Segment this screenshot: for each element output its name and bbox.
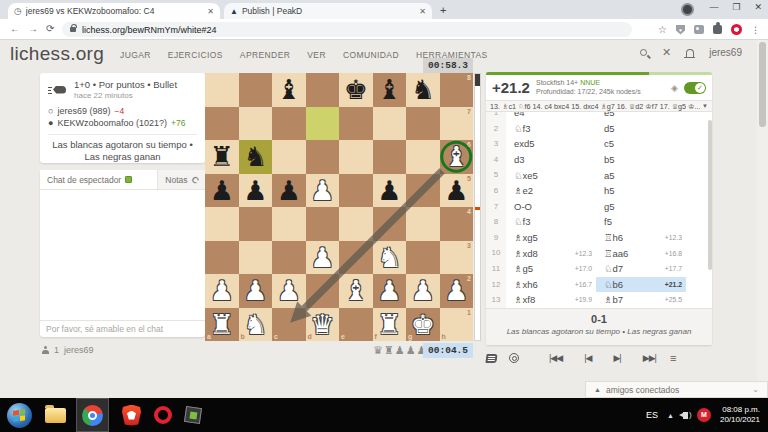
challenge-icon[interactable]: ✕ — [662, 46, 671, 59]
square-d5[interactable]: ♟ — [306, 174, 340, 208]
square-e7[interactable] — [339, 107, 373, 141]
chrome-taskbar-active[interactable] — [76, 398, 109, 432]
move-san: ♘b6 — [604, 279, 623, 290]
move-number: 9 — [486, 230, 506, 246]
square-a5[interactable]: ♟ — [205, 174, 239, 208]
nav-item-jugar[interactable]: JUGAR — [120, 50, 151, 60]
square-g8[interactable]: ♞ — [406, 73, 440, 107]
hive-extension-icon[interactable] — [731, 24, 742, 35]
game-result-text: Las blancas agotaron su tiempo • Las neg… — [486, 327, 712, 336]
square-c4[interactable] — [272, 207, 306, 241]
move-eval: +16.7 — [575, 281, 592, 288]
analysis-panel: +21.2 Stockfish 14+ NNUE Profundidad: 17… — [486, 72, 712, 345]
square-f8[interactable]: ♝ — [373, 73, 407, 107]
move-san: ♘f3 — [514, 123, 530, 134]
lichess-header: lichess.org JUGAREJERCICIOSAPRENDERVERCO… — [0, 40, 768, 68]
spectator-list: 1 jeres69 — [42, 345, 94, 355]
square-h4[interactable]: 4 — [440, 207, 474, 241]
brave-icon[interactable] — [122, 405, 141, 426]
chrome-icon — [82, 405, 103, 426]
extension-icon[interactable] — [694, 25, 704, 34]
engine-toggle[interactable]: ✓ — [684, 82, 706, 94]
practice-icon[interactable] — [509, 353, 519, 363]
volume-icon[interactable] — [683, 412, 688, 419]
white-move-9[interactable]: ♗xg5 — [506, 230, 596, 246]
black-color-icon: ● — [48, 118, 53, 128]
square-e1[interactable]: e — [339, 308, 373, 342]
eval-gauge — [474, 73, 481, 341]
move-san: ♖h6 — [604, 232, 623, 243]
move-number: 13 — [486, 292, 506, 308]
white-pawn-g2[interactable]: ♟ — [406, 274, 440, 308]
square-b7[interactable] — [239, 107, 273, 141]
rank-label: 7 — [467, 108, 471, 115]
square-b1[interactable]: ♞b — [239, 308, 273, 342]
tab-close-icon[interactable]: ✕ — [419, 7, 426, 16]
black-pawn-c5[interactable]: ♟ — [272, 174, 306, 208]
square-e2[interactable]: ♝ — [339, 274, 373, 308]
browser-addressbar: ← → ⟳ lichess.org/bewRNmYm/white#24 ☆ ♥ … — [0, 19, 768, 40]
captured-piece-icon: ♟ — [406, 344, 416, 357]
white-move-4[interactable]: d3 — [506, 152, 596, 168]
square-c6[interactable] — [272, 140, 306, 174]
game-status-text: Las blancas agotaron su tiempo • Las neg… — [48, 134, 197, 167]
white-pawn-c2[interactable]: ♟ — [272, 274, 306, 308]
white-move-2[interactable]: ♘f3 — [506, 121, 596, 137]
square-e5[interactable] — [339, 174, 373, 208]
black-clock: 00:58.3 — [423, 58, 473, 73]
chat-card: Chat de espectador Notas C Por favor, sé… — [40, 170, 205, 337]
move-san: ♖aa6 — [604, 248, 628, 259]
tab-close-icon[interactable]: ✕ — [207, 7, 214, 16]
nav-item-comunidad[interactable]: COMUNIDAD — [343, 50, 399, 60]
square-g2[interactable]: ♟ — [406, 274, 440, 308]
friends-label: amigos conectados — [606, 385, 679, 395]
square-d6[interactable] — [306, 140, 340, 174]
browser-tab-peakd[interactable]: ▲ Publish | PeakD ✕ — [224, 3, 432, 19]
chat-placeholder: Por favor, sé amable en el chat — [46, 324, 163, 334]
opening-book-icon[interactable] — [485, 354, 497, 363]
white-move-7[interactable]: O-O — [506, 199, 596, 215]
square-b8[interactable] — [239, 73, 273, 107]
nav-item-aprender[interactable]: APRENDER — [240, 50, 290, 60]
white-move-12[interactable]: ♗xh6+16.7 — [506, 277, 596, 293]
chat-input[interactable]: Por favor, sé amable en el chat — [40, 320, 205, 337]
bookmark-star-icon[interactable]: ☆ — [658, 24, 667, 35]
square-f4[interactable] — [373, 207, 407, 241]
move-eval: +19.9 — [575, 296, 592, 303]
rank-label: 2 — [467, 275, 471, 282]
square-d3[interactable]: ♟ — [306, 241, 340, 275]
file-label: a — [207, 333, 211, 340]
browser-tabstrip: ◷ jeres69 vs KEKWzoboomafoo: C4 ✕ ▲ Publ… — [0, 0, 768, 19]
black-move-2[interactable]: d5 — [596, 121, 686, 137]
rank-label: 6 — [467, 141, 471, 148]
game-info-card: 1+0 • Por puntos • Bullet hace 22 minuto… — [40, 73, 205, 163]
move-san: ♗b7 — [604, 294, 623, 305]
file-label: b — [241, 333, 245, 340]
forward-button[interactable]: → — [28, 23, 38, 34]
white-color-icon: ○ — [48, 106, 53, 116]
friends-icon: ▲ — [594, 386, 601, 393]
black-move-1[interactable]: e5 — [596, 112, 686, 121]
move-eval: +17.7 — [665, 265, 682, 272]
white-pawn-d3[interactable]: ♟ — [306, 241, 340, 275]
phone-handset-icon: C — [189, 174, 200, 186]
file-label: e — [341, 333, 345, 340]
move-san: g5 — [604, 201, 615, 212]
logged-in-username[interactable]: jeres69 — [709, 47, 742, 58]
tab-notes[interactable]: Notas C — [157, 170, 205, 189]
black-move-5[interactable]: a5 — [596, 167, 686, 183]
person-icon — [42, 346, 49, 354]
move-row-4: 4d3b5 — [486, 152, 712, 168]
browser-tab-lichess[interactable]: ◷ jeres69 vs KEKWzoboomafoo: C4 ✕ — [8, 3, 220, 19]
engine-depth: Profundidad: 17/22, 245k nodes/s — [536, 88, 665, 96]
white-move-13[interactable]: ♗xf8+19.9 — [506, 292, 596, 308]
file-label: g — [408, 333, 412, 340]
captured-piece-icon: ♛ — [373, 344, 383, 357]
tab-spectator-chat[interactable]: Chat de espectador — [40, 170, 139, 189]
square-h3[interactable]: 3 — [440, 241, 474, 275]
square-f1[interactable]: ♜f — [373, 308, 407, 342]
bullet-icon — [48, 85, 66, 95]
rank-label: 1 — [467, 309, 471, 316]
move-number: 7 — [486, 199, 506, 215]
engine-settings-icon[interactable]: ◈ — [671, 83, 678, 93]
white-clock: 00:04.5 — [423, 343, 473, 358]
move-san: d5 — [604, 123, 615, 134]
white-pawn-f2[interactable]: ♟ — [373, 274, 407, 308]
square-g3[interactable] — [406, 241, 440, 275]
white-move-3[interactable]: exd5 — [506, 136, 596, 152]
square-c5[interactable]: ♟ — [272, 174, 306, 208]
move-row-1: 1e4e5 — [486, 112, 712, 121]
square-f7[interactable] — [373, 107, 407, 141]
white-pawn-a2[interactable]: ♟ — [205, 274, 239, 308]
square-g6[interactable] — [406, 140, 440, 174]
white-rating-delta: −4 — [114, 106, 124, 116]
move-row-2: 2♘f3d5 — [486, 121, 712, 137]
black-bishop-f8[interactable]: ♝ — [373, 73, 407, 107]
menu-icon[interactable]: ≡ — [670, 352, 676, 364]
back-button[interactable]: ← — [10, 23, 20, 34]
move-row-13: 13♗xf8+19.9♗b7+25.5 — [486, 292, 712, 308]
black-move-11[interactable]: ♘d7+17.7 — [596, 261, 686, 277]
file-label: c — [274, 333, 278, 340]
square-h7[interactable]: 7 — [440, 107, 474, 141]
move-san: e4 — [514, 112, 525, 118]
peakd-favicon-icon: ▲ — [230, 7, 238, 16]
friends-bar[interactable]: ▲ amigos conectados ⌄ — [585, 381, 768, 398]
tray-app-icon[interactable]: M — [697, 408, 711, 422]
move-row-12: 12♗xh6+16.7♘b6+21.2 — [486, 277, 712, 293]
move-san: b5 — [604, 154, 615, 165]
move-number: 11 — [486, 261, 506, 277]
white-rook-f1[interactable]: ♜ — [373, 308, 407, 342]
notifications-bell-icon[interactable] — [686, 49, 694, 57]
black-move-3[interactable]: c5 — [596, 136, 686, 152]
reload-button[interactable]: ⟳ — [46, 23, 54, 34]
square-f2[interactable]: ♟ — [373, 274, 407, 308]
window-close-button[interactable]: ✕ — [754, 2, 762, 12]
square-b3[interactable] — [239, 241, 273, 275]
move-san: d3 — [514, 154, 525, 165]
square-d4[interactable] — [306, 207, 340, 241]
move-row-11: 11♗g5+17.0♘d7+17.7 — [486, 261, 712, 277]
move-number: 8 — [486, 214, 506, 230]
move-san: c5 — [604, 138, 614, 149]
square-c7[interactable] — [272, 107, 306, 141]
previous-move-button[interactable]: |◀ — [584, 353, 591, 363]
move-san: ♗g5 — [514, 263, 533, 274]
system-clock[interactable]: 08:08 p.m. 20/10/2021 — [720, 405, 760, 426]
move-san: a5 — [604, 170, 615, 181]
black-rating-delta: +76 — [171, 118, 185, 128]
square-f6[interactable] — [373, 140, 407, 174]
game-result: 0-1 — [486, 313, 712, 325]
engine-progress-bar — [486, 72, 712, 75]
square-a6[interactable]: ♜ — [205, 140, 239, 174]
move-san: exd5 — [514, 138, 535, 149]
move-row-9: 9♗xg5♖h6+12.3 — [486, 230, 712, 246]
white-move-5[interactable]: ♘xe5 — [506, 167, 596, 183]
square-f3[interactable]: ♞ — [373, 241, 407, 275]
opera-icon[interactable] — [154, 406, 172, 424]
last-move-button[interactable]: ▶▶| — [643, 353, 656, 363]
square-a2[interactable]: ♟ — [205, 274, 239, 308]
move-san: O-O — [514, 201, 532, 212]
square-e3[interactable] — [339, 241, 373, 275]
movelist-scrollbar[interactable] — [708, 120, 712, 270]
chess-board-area: 00:58.3 ♝♚♝♞87♜♞♝6♟♟♟♟♟♟54♟♞3♟♟♟♝♟♟♟2♜a♞… — [205, 73, 473, 341]
move-row-7: 7O-Og5 — [486, 199, 712, 215]
game-meta: 1+0 • Por puntos • Bullet — [74, 79, 177, 90]
file-label: h — [442, 333, 446, 340]
first-move-button[interactable]: |◀◀ — [549, 353, 562, 363]
move-number: 1 — [486, 112, 506, 121]
adblock-extension-icon[interactable]: ♥ — [676, 25, 685, 35]
black-move-13[interactable]: ♗b7+25.5 — [596, 292, 686, 308]
move-eval: +12.3 — [575, 250, 592, 257]
window-minimize-button[interactable]: — — [709, 2, 718, 12]
square-h5[interactable]: ♟5 — [440, 174, 474, 208]
url-input[interactable]: lichess.org/bewRNmYm/white#24 — [62, 22, 632, 37]
browser-profile-avatar[interactable] — [681, 3, 694, 16]
square-g7[interactable] — [406, 107, 440, 141]
black-move-6[interactable]: h5 — [596, 183, 686, 199]
black-pawn-f5[interactable]: ♟ — [373, 174, 407, 208]
move-eval: +12.3 — [665, 234, 682, 241]
white-knight-f3[interactable]: ♞ — [373, 241, 407, 275]
move-san: h5 — [604, 185, 615, 196]
move-row-3: 3exd5c5 — [486, 136, 712, 152]
black-move-9[interactable]: ♖h6+12.3 — [596, 230, 686, 246]
square-c1[interactable]: c — [272, 308, 306, 342]
move-san: ♘f3 — [514, 216, 530, 227]
white-pawn-b2[interactable]: ♟ — [239, 274, 273, 308]
move-san: ♘xe5 — [514, 170, 538, 181]
move-row-8: 8♘f3f5 — [486, 214, 712, 230]
windows-taskbar: ES ▲ M 08:08 p.m. 20/10/2021 — [0, 398, 768, 432]
file-label: d — [308, 333, 312, 340]
lichess-logo[interactable]: lichess.org — [10, 43, 104, 65]
square-b4[interactable] — [239, 207, 273, 241]
square-a4[interactable] — [205, 207, 239, 241]
white-player-name[interactable]: jeres69 (989) — [57, 106, 110, 116]
nav-item-ejercicios[interactable]: EJERCICIOS — [168, 50, 223, 60]
spectator-name[interactable]: jeres69 — [64, 345, 94, 355]
spectator-count: 1 — [54, 345, 59, 355]
black-move-4[interactable]: b5 — [596, 152, 686, 168]
move-number: 3 — [486, 136, 506, 152]
rank-label: 8 — [467, 74, 471, 81]
nnue-label: NNUE — [580, 79, 600, 86]
chat-messages-area — [40, 190, 205, 320]
move-row-6: 6♗e2h5 — [486, 183, 712, 199]
move-row-10: 10♗xd8+12.3♖aa6+16.8 — [486, 245, 712, 261]
move-san: ♗xh6 — [514, 279, 538, 290]
new-tab-button[interactable]: + — [440, 4, 446, 16]
black-move-10[interactable]: ♖aa6+16.8 — [596, 245, 686, 261]
white-move-10[interactable]: ♗xd8+12.3 — [506, 245, 596, 261]
desktop: ◷ jeres69 vs KEKWzoboomafoo: C4 ✕ ▲ Publ… — [0, 0, 768, 432]
captured-piece-icon: ♜ — [384, 344, 394, 357]
clock-favicon-icon: ◷ — [14, 6, 22, 16]
analysis-controls: |◀◀ |◀ ▶| ▶▶| ≡ — [486, 352, 712, 364]
move-eval: +17.0 — [575, 265, 592, 272]
black-rook-a6[interactable]: ♜ — [205, 140, 239, 174]
window-restore-button[interactable]: ❐ — [732, 2, 740, 12]
white-move-6[interactable]: ♗e2 — [506, 183, 596, 199]
square-e6[interactable] — [339, 140, 373, 174]
move-number: 10 — [486, 245, 506, 261]
move-list: 1e4e52♘f3d53exd5c54d3b55♘xe5a56♗e2h57O-O… — [486, 112, 712, 308]
move-number: 6 — [486, 183, 506, 199]
move-san: ♗xf8 — [514, 294, 535, 305]
white-move-1[interactable]: e4 — [506, 112, 596, 121]
black-move-8[interactable]: f5 — [596, 214, 686, 230]
start-button[interactable] — [7, 403, 32, 428]
white-move-11[interactable]: ♗g5+17.0 — [506, 261, 596, 277]
explorer-icon[interactable] — [45, 408, 66, 423]
rank-label: 4 — [467, 208, 471, 215]
file-label: f — [375, 333, 377, 340]
square-h2[interactable]: ♟2 — [440, 274, 474, 308]
tab-title: Publish | PeakD — [242, 6, 415, 16]
move-san: ♗xg5 — [514, 232, 538, 243]
move-number: 4 — [486, 152, 506, 168]
move-eval: +21.2 — [665, 281, 682, 288]
square-c8[interactable]: ♝ — [272, 73, 306, 107]
page-scrollbar[interactable] — [757, 40, 768, 398]
square-g4[interactable] — [406, 207, 440, 241]
rank-label: 3 — [467, 242, 471, 249]
pv-dropdown-icon[interactable]: ▼ — [702, 103, 708, 109]
move-number: 12 — [486, 277, 506, 293]
square-d1[interactable]: ♛d — [306, 308, 340, 342]
black-knight-g8[interactable]: ♞ — [406, 73, 440, 107]
move-eval: +25.5 — [665, 296, 682, 303]
move-eval: +16.8 — [665, 250, 682, 257]
presence-indicator — [125, 176, 132, 183]
friends-collapse-icon[interactable]: ⌄ — [752, 385, 759, 394]
gauge-midpoint-tick — [475, 207, 480, 210]
search-icon[interactable] — [640, 49, 647, 56]
black-pawn-b5[interactable]: ♟ — [239, 174, 273, 208]
square-a3[interactable] — [205, 241, 239, 275]
engine-name: Stockfish 14+ — [536, 79, 578, 86]
square-a1[interactable]: ♜a — [205, 308, 239, 342]
lock-icon — [70, 27, 76, 32]
nav-item-ver[interactable]: VER — [307, 50, 326, 60]
black-pawn-a5[interactable]: ♟ — [205, 174, 239, 208]
black-bishop-c8[interactable]: ♝ — [272, 73, 306, 107]
square-b5[interactable]: ♟ — [239, 174, 273, 208]
square-e4[interactable] — [339, 207, 373, 241]
black-knight-b6[interactable]: ♞ — [239, 140, 273, 174]
game-time-ago: hace 22 minutos — [74, 91, 177, 100]
move-san: ♗xd8 — [514, 248, 538, 259]
engine-eval: +21.2 — [492, 79, 530, 96]
square-a8[interactable] — [205, 73, 239, 107]
square-h8[interactable]: 8 — [440, 73, 474, 107]
square-e8[interactable]: ♚ — [339, 73, 373, 107]
square-b6[interactable]: ♞ — [239, 140, 273, 174]
tray-expand-icon[interactable]: ▲ — [667, 412, 674, 419]
url-text: lichess.org/bewRNmYm/white#24 — [82, 25, 217, 35]
extensions-puzzle-icon[interactable] — [713, 25, 722, 34]
photo-app-icon[interactable] — [184, 406, 202, 424]
move-number: 2 — [486, 121, 506, 137]
chess-board[interactable]: ♝♚♝♞87♜♞♝6♟♟♟♟♟♟54♟♞3♟♟♟♝♟♟♟2♜a♞bc♛de♜f♚… — [205, 73, 473, 341]
square-c2[interactable]: ♟ — [272, 274, 306, 308]
next-move-button[interactable]: ▶| — [613, 353, 620, 363]
square-f5[interactable]: ♟ — [373, 174, 407, 208]
black-player-name[interactable]: KEKWzoboomafoo (1021?) — [57, 118, 167, 128]
square-h6[interactable]: ♝6 — [440, 140, 474, 174]
square-b2[interactable]: ♟ — [239, 274, 273, 308]
black-move-7[interactable]: g5 — [596, 199, 686, 215]
tab-title: jeres69 vs KEKWzoboomafoo: C4 — [26, 6, 203, 16]
principal-variation[interactable]: 13. ♗c1 ♘f6 14. c4 bxc4 15. dxc4 ♗g7 16.… — [486, 100, 712, 112]
language-indicator[interactable]: ES — [646, 410, 658, 420]
square-h1[interactable]: 1h — [440, 308, 474, 342]
square-g1[interactable]: ♚g — [406, 308, 440, 342]
white-bishop-e2[interactable]: ♝ — [339, 274, 373, 308]
captured-piece-icon: ♟ — [395, 344, 405, 357]
white-move-8[interactable]: ♘f3 — [506, 214, 596, 230]
move-san: e5 — [604, 112, 615, 118]
black-king-e8[interactable]: ♚ — [339, 73, 373, 107]
move-san: ♗e2 — [514, 185, 533, 196]
square-d8[interactable] — [306, 73, 340, 107]
square-d7[interactable] — [306, 107, 340, 141]
browser-menu-icon[interactable]: ⋮ — [751, 25, 760, 35]
square-d2[interactable] — [306, 274, 340, 308]
square-a7[interactable] — [205, 107, 239, 141]
square-g5[interactable] — [406, 174, 440, 208]
rank-label: 5 — [467, 175, 471, 182]
move-row-5: 5♘xe5a5 — [486, 167, 712, 183]
move-number: 5 — [486, 167, 506, 183]
square-c3[interactable] — [272, 241, 306, 275]
move-san: ♘d7 — [604, 263, 623, 274]
white-pawn-d5[interactable]: ♟ — [306, 174, 340, 208]
black-move-12[interactable]: ♘b6+21.2 — [596, 277, 686, 293]
move-san: f5 — [604, 216, 612, 227]
